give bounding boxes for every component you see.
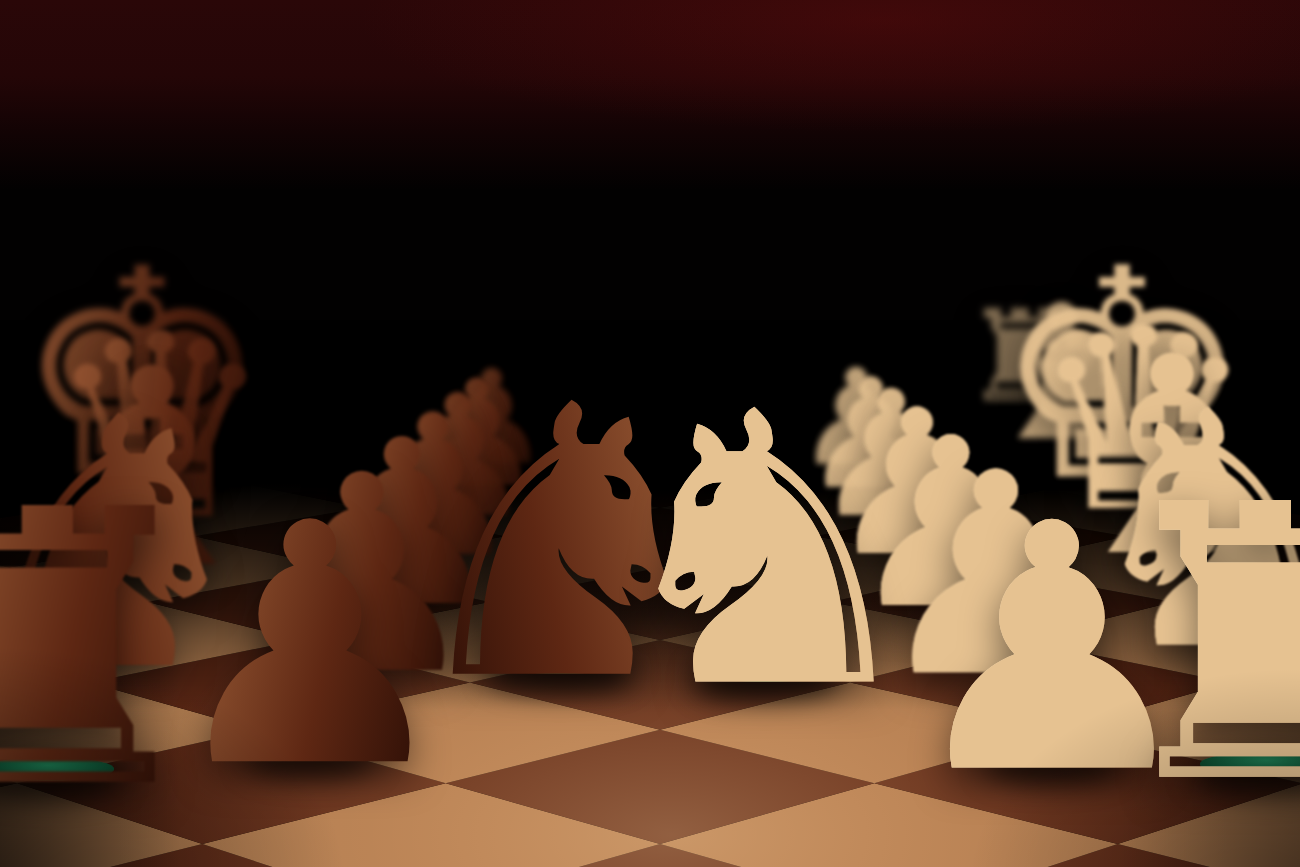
light-knight-c4-center[interactable]: ♞	[597, 364, 934, 740]
chess-photo-scene: ♜♞♝♛♚♟♟♟♟♟♟♟♞♞♟♟♟♟♟♟♟♜♞♝♛♚♝♜	[0, 0, 1300, 867]
dark-rook-a8[interactable]: ♜	[0, 460, 218, 839]
light-rook-a1[interactable]: ♜	[1096, 455, 1300, 834]
pieces-layer: ♜♞♝♛♚♟♟♟♟♟♟♟♞♞♟♟♟♟♟♟♟♜♞♝♛♚♝♜	[0, 0, 1300, 867]
